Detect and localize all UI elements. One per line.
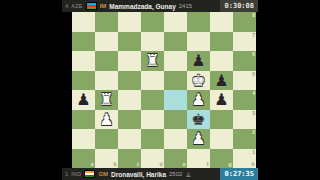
file-label-c: c — [137, 162, 140, 167]
square-b8[interactable] — [95, 12, 118, 32]
square-g1[interactable]: g — [210, 149, 233, 169]
square-h8[interactable]: 8 — [233, 12, 256, 32]
bottom-country-code: IND — [71, 171, 81, 177]
square-a5[interactable] — [72, 71, 95, 91]
file-label-d: d — [159, 162, 162, 167]
square-d4[interactable] — [141, 90, 164, 110]
top-player-name: Mammadzada, Gunay — [109, 3, 175, 10]
file-label-f: f — [207, 162, 209, 167]
top-country-code: AZE — [71, 3, 82, 9]
square-c6[interactable] — [118, 51, 141, 71]
top-player-bar: 4 AZE IM Mammadzada, Gunay 2415 0:30:08 — [62, 0, 258, 12]
square-d2[interactable] — [141, 129, 164, 149]
square-c3[interactable] — [118, 110, 141, 130]
square-a8[interactable] — [72, 12, 95, 32]
file-label-a: a — [91, 162, 94, 167]
square-e2[interactable] — [164, 129, 187, 149]
square-h7[interactable]: 7 — [233, 32, 256, 52]
square-e1[interactable]: e — [164, 149, 187, 169]
piece-black-pawn[interactable]: ♟ — [214, 71, 228, 90]
square-b5[interactable] — [95, 71, 118, 91]
rank-label-3: 3 — [252, 111, 255, 116]
square-e4[interactable] — [164, 90, 187, 110]
rank-label-2: 2 — [252, 130, 255, 135]
piece-white-pawn[interactable]: ♟ — [191, 129, 205, 148]
square-a2[interactable] — [72, 129, 95, 149]
bottom-player-clock: 0:27:35 — [220, 168, 258, 180]
square-f6[interactable]: ♟ — [187, 51, 210, 71]
square-a1[interactable]: a — [72, 149, 95, 169]
square-f8[interactable] — [187, 12, 210, 32]
square-f7[interactable] — [187, 32, 210, 52]
square-d3[interactable] — [141, 110, 164, 130]
square-c4[interactable] — [118, 90, 141, 110]
square-h6[interactable]: 6 — [233, 51, 256, 71]
bottom-player-title: GM — [98, 171, 108, 177]
top-player-rating: 2415 — [179, 3, 192, 9]
square-d1[interactable]: d — [141, 149, 164, 169]
bottom-player-name: Dronavalli, Harika — [111, 171, 166, 178]
square-h4[interactable]: 4 — [233, 90, 256, 110]
square-g7[interactable] — [210, 32, 233, 52]
rank-label-6: 6 — [252, 52, 255, 57]
square-h1[interactable]: 1h — [233, 149, 256, 169]
broadcast-frame: 4 AZE IM Mammadzada, Gunay 2415 0:30:08 … — [0, 0, 320, 180]
square-h3[interactable]: 3 — [233, 110, 256, 130]
rank-label-8: 8 — [252, 13, 255, 18]
square-g6[interactable] — [210, 51, 233, 71]
square-a4[interactable]: ♟ — [72, 90, 95, 110]
square-e8[interactable] — [164, 12, 187, 32]
square-b3[interactable]: ♟ — [95, 110, 118, 130]
rank-label-1: 1 — [252, 150, 255, 155]
file-label-e: e — [183, 162, 186, 167]
white-pieces-indicator-icon: ♙ — [185, 171, 190, 178]
file-label-g: g — [228, 162, 231, 167]
square-c7[interactable] — [118, 32, 141, 52]
square-d8[interactable] — [141, 12, 164, 32]
chess-board[interactable]: 87♜♟6♚♟5♟♜♟♟4♟♚3♟2abcdefg1h — [72, 12, 256, 168]
bottom-board-number: 1 — [65, 171, 68, 177]
piece-white-pawn[interactable]: ♟ — [191, 90, 205, 109]
square-f1[interactable]: f — [187, 149, 210, 169]
square-a3[interactable] — [72, 110, 95, 130]
square-h2[interactable]: 2 — [233, 129, 256, 149]
square-d7[interactable] — [141, 32, 164, 52]
square-g8[interactable] — [210, 12, 233, 32]
square-f2[interactable]: ♟ — [187, 129, 210, 149]
file-label-b: b — [113, 162, 116, 167]
square-c2[interactable] — [118, 129, 141, 149]
square-f5[interactable]: ♚ — [187, 71, 210, 91]
piece-white-rook[interactable]: ♜ — [99, 90, 113, 109]
square-c5[interactable] — [118, 71, 141, 91]
file-label-h: h — [251, 162, 254, 167]
piece-black-pawn[interactable]: ♟ — [214, 90, 228, 109]
square-e5[interactable] — [164, 71, 187, 91]
square-c8[interactable] — [118, 12, 141, 32]
bottom-player-bar: 1 IND GM Dronavalli, Harika 2502 ♙ 0:27:… — [62, 168, 258, 180]
rank-label-4: 4 — [252, 91, 255, 96]
square-d5[interactable] — [141, 71, 164, 91]
rank-label-7: 7 — [252, 33, 255, 38]
piece-white-rook[interactable]: ♜ — [145, 51, 159, 70]
piece-black-king[interactable]: ♚ — [191, 110, 205, 129]
square-g4[interactable]: ♟ — [210, 90, 233, 110]
square-b1[interactable]: b — [95, 149, 118, 169]
india-flag-icon — [84, 170, 95, 178]
square-f4[interactable]: ♟ — [187, 90, 210, 110]
square-d6[interactable]: ♜ — [141, 51, 164, 71]
square-c1[interactable]: c — [118, 149, 141, 169]
piece-white-king[interactable]: ♚ — [191, 71, 205, 90]
square-g5[interactable]: ♟ — [210, 71, 233, 91]
square-g3[interactable] — [210, 110, 233, 130]
square-b2[interactable] — [95, 129, 118, 149]
square-b6[interactable] — [95, 51, 118, 71]
square-e7[interactable] — [164, 32, 187, 52]
square-e3[interactable] — [164, 110, 187, 130]
square-e6[interactable] — [164, 51, 187, 71]
square-a6[interactable] — [72, 51, 95, 71]
top-player-clock: 0:30:08 — [220, 0, 258, 12]
top-player-title: IM — [100, 3, 107, 9]
square-h5[interactable]: 5 — [233, 71, 256, 91]
top-board-number: 4 — [65, 3, 68, 9]
bottom-player-rating: 2502 — [169, 171, 182, 177]
flag-stripe — [85, 175, 94, 177]
square-b4[interactable]: ♜ — [95, 90, 118, 110]
piece-black-pawn[interactable]: ♟ — [191, 51, 205, 70]
square-g2[interactable] — [210, 129, 233, 149]
square-f3[interactable]: ♚ — [187, 110, 210, 130]
piece-white-pawn[interactable]: ♟ — [99, 110, 113, 129]
square-b7[interactable] — [95, 32, 118, 52]
piece-black-pawn[interactable]: ♟ — [76, 90, 90, 109]
rank-label-5: 5 — [252, 72, 255, 77]
square-a7[interactable] — [72, 32, 95, 52]
flag-stripe — [87, 7, 96, 9]
azerbaijan-flag-icon — [86, 2, 97, 10]
